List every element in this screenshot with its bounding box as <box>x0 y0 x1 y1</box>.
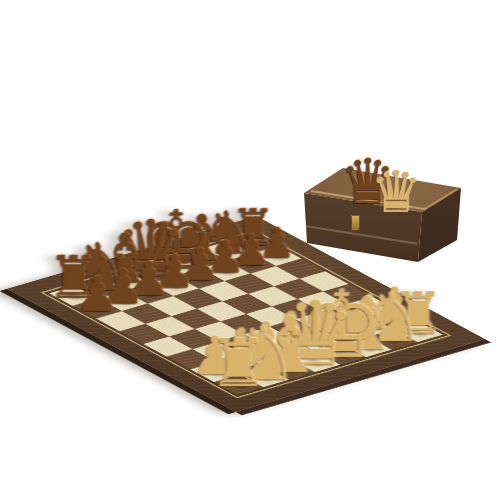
piece-white-rook: ♜ <box>208 331 267 397</box>
box-lid-seam <box>305 225 418 244</box>
chess-set-photo: ♛ ♛ ♜♟♟♜♞♟♟♞♝♟♟♝♚♟♟♚♛♟♟♛♝♟♟♝♞♟♟♞♜♟♟♜ <box>0 0 500 500</box>
square-a7: ♟ <box>73 298 122 318</box>
piece-black-pawn: ♟ <box>75 269 118 317</box>
spare-piece-white-queen: ♛ <box>370 163 422 221</box>
square-a1: ♜ <box>214 375 263 395</box>
